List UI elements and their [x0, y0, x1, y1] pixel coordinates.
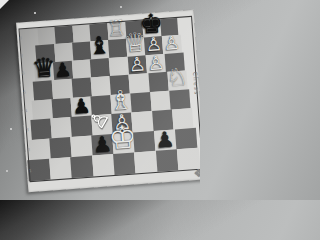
piece-white-pawn: ♙	[163, 34, 181, 54]
square-d6[interactable]	[90, 58, 110, 78]
piece-black-pawn: ♟	[54, 60, 72, 80]
square-d5[interactable]	[90, 76, 111, 96]
piece-white-pawn: ♙	[112, 112, 132, 134]
square-d4[interactable]	[91, 95, 112, 116]
square-f1[interactable]	[134, 151, 157, 173]
square-c2[interactable]	[70, 135, 92, 157]
square-g4[interactable]	[150, 91, 171, 112]
square-a2[interactable]	[29, 139, 51, 161]
square-e1[interactable]	[113, 153, 136, 175]
square-h6[interactable]	[165, 52, 185, 72]
piece-black-pawn: ♟	[72, 95, 92, 116]
chess-board: ♖♚♝♕♙♙♛♟♙♙♘♟♗♙♙♟♔♟	[20, 17, 200, 181]
square-b5[interactable]	[52, 79, 73, 99]
square-f2[interactable]	[133, 131, 155, 153]
square-a7[interactable]	[36, 44, 55, 63]
square-e8[interactable]: ♖	[107, 22, 126, 40]
square-b1[interactable]	[49, 157, 72, 179]
piece-white-pawn: ♙	[128, 54, 146, 74]
piece-black-pawn: ♟	[92, 133, 113, 156]
square-a4[interactable]	[31, 99, 52, 120]
square-c4[interactable]: ♟	[71, 96, 92, 117]
square-a1[interactable]	[28, 159, 51, 181]
square-c8[interactable]	[72, 24, 91, 42]
square-b2[interactable]	[50, 137, 72, 159]
square-b8[interactable]	[55, 26, 74, 44]
square-a8[interactable]	[37, 27, 56, 45]
square-g8[interactable]: ♚	[142, 19, 161, 37]
square-d8[interactable]	[90, 23, 109, 41]
piece-white-pawn: ♙	[145, 35, 163, 55]
square-h5[interactable]: ♘	[167, 70, 188, 90]
piece-black-pawn: ♟	[155, 129, 176, 152]
square-d2[interactable]: ♟	[91, 134, 113, 156]
square-e6[interactable]	[109, 57, 129, 77]
square-e4[interactable]: ♗	[110, 93, 131, 114]
piece-white-rook: ♖	[107, 18, 127, 40]
square-c3[interactable]	[71, 116, 93, 137]
square-d7[interactable]: ♝	[90, 40, 109, 59]
square-h4[interactable]	[170, 89, 191, 110]
square-h2[interactable]	[175, 128, 197, 150]
piece-white-pawn: ♙	[147, 53, 165, 73]
square-h1[interactable]	[177, 148, 200, 170]
square-f3[interactable]	[132, 111, 154, 132]
square-g6[interactable]: ♙	[146, 54, 166, 74]
chess-board-frame: ♖♚♝♕♙♙♛♟♙♙♘♟♗♙♙♟♔♟ Chess ❖ 87654321	[16, 10, 200, 193]
square-f6[interactable]: ♙	[127, 55, 147, 75]
square-a6[interactable]: ♛	[34, 62, 54, 82]
square-c7[interactable]	[72, 42, 91, 61]
square-d1[interactable]	[92, 154, 115, 176]
square-g2[interactable]: ♟	[154, 129, 176, 151]
square-e3[interactable]: ♙	[111, 113, 133, 134]
square-g7[interactable]: ♙	[144, 36, 163, 55]
square-e2[interactable]: ♔	[112, 132, 134, 154]
square-f7[interactable]: ♕	[126, 38, 145, 57]
square-c6[interactable]	[71, 59, 91, 79]
square-g1[interactable]	[156, 150, 179, 172]
square-f8[interactable]	[125, 20, 144, 38]
square-h3[interactable]	[172, 108, 194, 129]
square-h7[interactable]: ♙	[162, 35, 181, 54]
square-a3[interactable]	[30, 119, 52, 140]
square-c5[interactable]	[71, 78, 92, 98]
square-c1[interactable]	[70, 156, 93, 178]
square-b6[interactable]: ♟	[53, 61, 73, 81]
square-a5[interactable]	[33, 80, 54, 100]
square-f5[interactable]	[129, 73, 150, 93]
square-g5[interactable]	[148, 72, 169, 92]
square-b3[interactable]	[50, 117, 72, 138]
square-e5[interactable]	[110, 75, 131, 95]
photo-corner-highlight	[0, 0, 9, 9]
square-d3[interactable]: ♙	[91, 114, 113, 135]
square-f4[interactable]	[130, 92, 151, 113]
square-e7[interactable]	[108, 39, 127, 58]
square-h8[interactable]	[160, 18, 179, 36]
square-g3[interactable]	[152, 110, 174, 131]
square-b7[interactable]	[54, 43, 73, 62]
square-b4[interactable]	[51, 98, 72, 119]
